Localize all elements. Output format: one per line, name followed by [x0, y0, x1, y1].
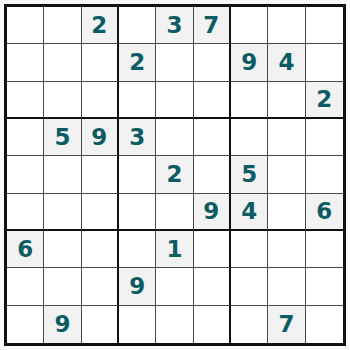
- cell-r3c5[interactable]: [156, 82, 193, 119]
- cell-r6c1[interactable]: [7, 194, 44, 231]
- cell-r3c2[interactable]: [44, 82, 81, 119]
- cell-r7c4[interactable]: [119, 231, 156, 268]
- cell-r3c6[interactable]: [194, 82, 231, 119]
- cell-r2c1[interactable]: [7, 44, 44, 81]
- cell-r2c6[interactable]: [194, 44, 231, 81]
- cell-r1c9[interactable]: [306, 7, 343, 44]
- cell-r4c1[interactable]: [7, 119, 44, 156]
- cell-r6c6: 9: [194, 194, 231, 231]
- cell-r6c4[interactable]: [119, 194, 156, 231]
- cell-r7c8[interactable]: [268, 231, 305, 268]
- cell-r1c7[interactable]: [231, 7, 268, 44]
- sudoku-board: 23729425932594661997: [4, 4, 346, 346]
- cell-r1c5: 3: [156, 7, 193, 44]
- cell-r3c9: 2: [306, 82, 343, 119]
- cell-r1c2[interactable]: [44, 7, 81, 44]
- cell-r7c7[interactable]: [231, 231, 268, 268]
- cell-r5c2[interactable]: [44, 156, 81, 193]
- cell-r4c5[interactable]: [156, 119, 193, 156]
- cell-r3c7[interactable]: [231, 82, 268, 119]
- cell-r6c2[interactable]: [44, 194, 81, 231]
- cell-r4c4: 3: [119, 119, 156, 156]
- cell-r5c7: 5: [231, 156, 268, 193]
- cell-r2c7: 9: [231, 44, 268, 81]
- cell-r6c3[interactable]: [82, 194, 119, 231]
- cell-r5c9[interactable]: [306, 156, 343, 193]
- cell-r4c2: 5: [44, 119, 81, 156]
- cell-r8c6[interactable]: [194, 268, 231, 305]
- cell-r9c4[interactable]: [119, 306, 156, 343]
- cell-r1c4[interactable]: [119, 7, 156, 44]
- cell-r9c7[interactable]: [231, 306, 268, 343]
- cell-r8c4: 9: [119, 268, 156, 305]
- cell-r5c3[interactable]: [82, 156, 119, 193]
- cell-r6c7: 4: [231, 194, 268, 231]
- cell-r6c9: 6: [306, 194, 343, 231]
- cell-r8c5[interactable]: [156, 268, 193, 305]
- cell-r8c8[interactable]: [268, 268, 305, 305]
- cell-r3c3[interactable]: [82, 82, 119, 119]
- cell-r5c8[interactable]: [268, 156, 305, 193]
- cell-r1c6: 7: [194, 7, 231, 44]
- cell-r2c8: 4: [268, 44, 305, 81]
- cell-r5c5: 2: [156, 156, 193, 193]
- cell-r4c3: 9: [82, 119, 119, 156]
- cell-r3c1[interactable]: [7, 82, 44, 119]
- cell-r8c1[interactable]: [7, 268, 44, 305]
- cell-r1c8[interactable]: [268, 7, 305, 44]
- cell-r2c4: 2: [119, 44, 156, 81]
- cell-r6c8[interactable]: [268, 194, 305, 231]
- cell-r5c6[interactable]: [194, 156, 231, 193]
- cell-r2c9[interactable]: [306, 44, 343, 81]
- cell-r4c6[interactable]: [194, 119, 231, 156]
- cell-r1c3: 2: [82, 7, 119, 44]
- cell-r2c3[interactable]: [82, 44, 119, 81]
- cell-r2c2[interactable]: [44, 44, 81, 81]
- cell-r9c9[interactable]: [306, 306, 343, 343]
- cell-r7c9[interactable]: [306, 231, 343, 268]
- cell-r9c2: 9: [44, 306, 81, 343]
- cell-r6c5[interactable]: [156, 194, 193, 231]
- cell-r5c1[interactable]: [7, 156, 44, 193]
- cell-r4c8[interactable]: [268, 119, 305, 156]
- cell-r7c5: 1: [156, 231, 193, 268]
- cell-r7c6[interactable]: [194, 231, 231, 268]
- cell-r7c2[interactable]: [44, 231, 81, 268]
- cell-r9c8: 7: [268, 306, 305, 343]
- cell-r9c1[interactable]: [7, 306, 44, 343]
- cell-r9c5[interactable]: [156, 306, 193, 343]
- cell-r1c1[interactable]: [7, 7, 44, 44]
- cell-r8c2[interactable]: [44, 268, 81, 305]
- cell-r8c7[interactable]: [231, 268, 268, 305]
- cell-r7c1: 6: [7, 231, 44, 268]
- cell-r3c8[interactable]: [268, 82, 305, 119]
- cell-r2c5[interactable]: [156, 44, 193, 81]
- cell-r8c9[interactable]: [306, 268, 343, 305]
- cell-r3c4[interactable]: [119, 82, 156, 119]
- cell-r9c3[interactable]: [82, 306, 119, 343]
- cell-r4c9[interactable]: [306, 119, 343, 156]
- cell-r7c3[interactable]: [82, 231, 119, 268]
- cell-r9c6[interactable]: [194, 306, 231, 343]
- cell-r5c4[interactable]: [119, 156, 156, 193]
- cell-r4c7[interactable]: [231, 119, 268, 156]
- cell-r8c3[interactable]: [82, 268, 119, 305]
